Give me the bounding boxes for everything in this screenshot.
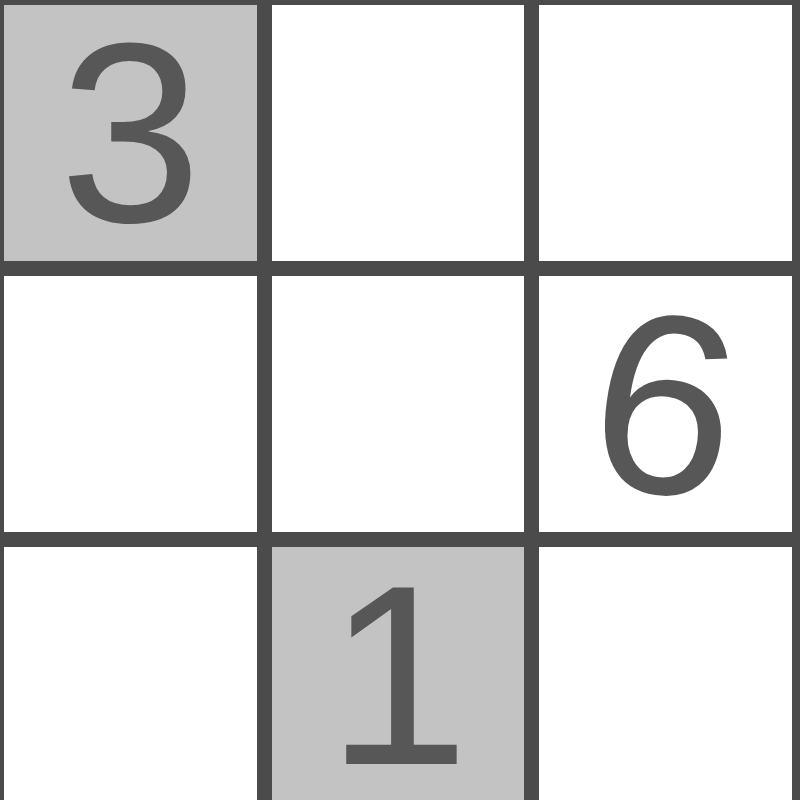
cell-r0c0[interactable]: 3 [4, 5, 257, 261]
cell-r2c0[interactable] [4, 547, 257, 800]
cell-r1c1[interactable] [272, 276, 525, 532]
cell-digit: 1 [327, 547, 469, 800]
cell-r1c2[interactable]: 6 [539, 276, 792, 532]
cell-r1c0[interactable] [4, 276, 257, 532]
cell-r2c2[interactable] [539, 547, 792, 800]
sudoku-board: 3 6 1 [0, 0, 800, 800]
cell-r0c2[interactable] [539, 5, 792, 261]
cell-r2c1[interactable]: 1 [272, 547, 525, 800]
cell-digit: 3 [59, 5, 201, 261]
cell-digit: 6 [577, 267, 754, 540]
cell-r0c1[interactable] [272, 5, 525, 261]
